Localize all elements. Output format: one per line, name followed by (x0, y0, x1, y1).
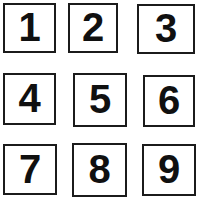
grid-cell-6[interactable]: 6 (143, 75, 195, 127)
number-grid-board: 1 2 3 4 5 6 7 8 9 (0, 0, 200, 200)
grid-cell-1[interactable]: 1 (3, 3, 56, 53)
grid-cell-7[interactable]: 7 (3, 144, 57, 195)
cell-digit-1: 1 (18, 7, 40, 47)
cell-digit-9: 9 (158, 149, 180, 189)
cell-digit-6: 6 (158, 80, 180, 120)
grid-cell-8[interactable]: 8 (72, 143, 127, 197)
grid-cell-2[interactable]: 2 (68, 3, 118, 53)
cell-digit-3: 3 (155, 8, 177, 48)
cell-digit-2: 2 (82, 7, 104, 47)
cell-digit-7: 7 (19, 149, 41, 189)
grid-cell-5[interactable]: 5 (73, 73, 127, 127)
grid-cell-9[interactable]: 9 (142, 144, 196, 196)
cell-digit-8: 8 (88, 149, 110, 189)
grid-cell-3[interactable]: 3 (137, 4, 195, 54)
cell-digit-5: 5 (89, 79, 111, 119)
cell-digit-4: 4 (18, 78, 40, 118)
grid-cell-4[interactable]: 4 (3, 73, 56, 125)
